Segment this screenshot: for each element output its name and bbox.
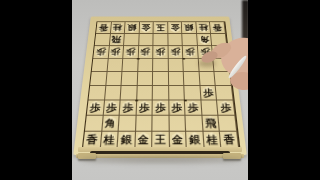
cell-61[interactable]: 金 bbox=[139, 22, 154, 34]
piece-pawn-26[interactable]: 歩 bbox=[201, 86, 215, 99]
shogi-board: 香桂銀金玉金銀桂香飛角歩歩歩歩歩歩歩歩歩歩歩歩歩歩歩歩歩歩角飛香桂銀金王金銀桂香 bbox=[73, 17, 247, 156]
video-content: 香桂銀金玉金銀桂香飛角歩歩歩歩歩歩歩歩歩歩歩歩歩歩歩歩歩歩角飛香桂銀金王金銀桂香 bbox=[72, 0, 248, 180]
cell-98[interactable] bbox=[85, 116, 103, 132]
cell-88[interactable]: 角 bbox=[102, 116, 120, 132]
cell-31[interactable]: 銀 bbox=[182, 22, 197, 34]
cell-46[interactable] bbox=[169, 86, 185, 101]
piece-knight-21[interactable]: 桂 bbox=[197, 22, 210, 32]
cell-11[interactable]: 香 bbox=[210, 22, 225, 34]
cell-28[interactable]: 飛 bbox=[202, 116, 220, 132]
cell-66[interactable] bbox=[137, 86, 153, 101]
hoshi-dot bbox=[136, 99, 139, 101]
cell-86[interactable] bbox=[105, 86, 122, 101]
piece-pawn-73[interactable]: 歩 bbox=[124, 46, 137, 57]
cell-84[interactable] bbox=[107, 59, 123, 72]
piece-pawn-67[interactable]: 歩 bbox=[137, 101, 151, 115]
cell-15[interactable] bbox=[215, 72, 232, 86]
piece-gold-49[interactable]: 金 bbox=[170, 132, 185, 147]
piece-pawn-17[interactable]: 歩 bbox=[218, 101, 233, 115]
cell-43[interactable]: 歩 bbox=[168, 46, 183, 59]
cell-71[interactable]: 銀 bbox=[125, 22, 140, 34]
cell-17[interactable]: 歩 bbox=[217, 100, 235, 115]
piece-pawn-53[interactable]: 歩 bbox=[154, 46, 167, 57]
piece-knight-89[interactable]: 桂 bbox=[101, 132, 116, 147]
piece-king-51[interactable]: 玉 bbox=[154, 22, 166, 32]
piece-knight-29[interactable]: 桂 bbox=[204, 132, 219, 147]
cell-48[interactable] bbox=[169, 116, 186, 132]
cell-65[interactable] bbox=[137, 72, 153, 86]
cell-58[interactable] bbox=[153, 116, 170, 132]
cell-83[interactable]: 歩 bbox=[108, 46, 124, 59]
piece-gold-61[interactable]: 金 bbox=[140, 22, 152, 32]
video-frame: 香桂銀金玉金銀桂香飛角歩歩歩歩歩歩歩歩歩歩歩歩歩歩歩歩歩歩角飛香桂銀金王金銀桂香 bbox=[0, 0, 320, 180]
piece-lance-99[interactable]: 香 bbox=[84, 132, 100, 147]
cell-36[interactable] bbox=[185, 86, 202, 101]
cell-22[interactable]: 角 bbox=[197, 34, 213, 46]
piece-king-59[interactable]: 王 bbox=[153, 132, 167, 147]
cell-38[interactable] bbox=[186, 116, 204, 132]
cell-73[interactable]: 歩 bbox=[123, 46, 139, 59]
piece-silver-71[interactable]: 銀 bbox=[126, 22, 138, 32]
cell-68[interactable] bbox=[136, 116, 153, 132]
cell-25[interactable] bbox=[199, 72, 216, 86]
cell-67[interactable]: 歩 bbox=[136, 100, 153, 115]
cell-18[interactable] bbox=[219, 116, 237, 132]
cell-42[interactable] bbox=[168, 34, 183, 46]
cell-34[interactable] bbox=[184, 59, 200, 72]
board-grid: 香桂銀金玉金銀桂香飛角歩歩歩歩歩歩歩歩歩歩歩歩歩歩歩歩歩歩角飛香桂銀金王金銀桂香 bbox=[82, 21, 241, 149]
cell-33[interactable]: 歩 bbox=[183, 46, 199, 59]
cell-82[interactable]: 飛 bbox=[109, 34, 125, 46]
cell-52[interactable] bbox=[154, 34, 169, 46]
cell-76[interactable] bbox=[121, 86, 138, 101]
cell-16[interactable] bbox=[216, 86, 233, 101]
cell-41[interactable]: 金 bbox=[168, 22, 183, 34]
cell-93[interactable]: 歩 bbox=[93, 46, 109, 59]
table-shadow bbox=[80, 157, 242, 163]
pillarbox-left bbox=[0, 0, 72, 180]
hoshi-dot bbox=[184, 99, 187, 101]
cell-72[interactable] bbox=[124, 34, 139, 46]
cell-47[interactable]: 歩 bbox=[169, 100, 186, 115]
piece-pawn-47[interactable]: 歩 bbox=[170, 101, 184, 115]
cell-26[interactable]: 歩 bbox=[200, 86, 217, 101]
cell-94[interactable] bbox=[92, 59, 109, 72]
cell-13[interactable]: 歩 bbox=[213, 46, 229, 59]
piece-pawn-23[interactable]: 歩 bbox=[199, 46, 212, 57]
hoshi-dot bbox=[137, 58, 139, 60]
piece-pawn-37[interactable]: 歩 bbox=[186, 101, 200, 115]
cell-87[interactable]: 歩 bbox=[103, 100, 120, 115]
cell-56[interactable] bbox=[153, 86, 169, 101]
cell-14[interactable] bbox=[214, 59, 231, 72]
piece-pawn-43[interactable]: 歩 bbox=[169, 46, 182, 57]
cell-51[interactable]: 玉 bbox=[154, 22, 168, 34]
cell-95[interactable] bbox=[90, 72, 107, 86]
cell-12[interactable] bbox=[211, 34, 227, 46]
piece-lance-91[interactable]: 香 bbox=[97, 22, 110, 32]
cell-54[interactable] bbox=[153, 59, 168, 72]
piece-silver-39[interactable]: 銀 bbox=[187, 132, 202, 147]
piece-gold-41[interactable]: 金 bbox=[169, 22, 181, 32]
piece-lance-19[interactable]: 香 bbox=[221, 132, 237, 147]
cell-74[interactable] bbox=[122, 59, 138, 72]
piece-pawn-83[interactable]: 歩 bbox=[109, 46, 122, 57]
cell-64[interactable] bbox=[138, 59, 154, 72]
cell-77[interactable]: 歩 bbox=[120, 100, 137, 115]
cell-53[interactable]: 歩 bbox=[153, 46, 168, 59]
piece-pawn-63[interactable]: 歩 bbox=[139, 46, 152, 57]
cell-44[interactable] bbox=[168, 59, 184, 72]
piece-pawn-33[interactable]: 歩 bbox=[184, 46, 197, 57]
piece-silver-79[interactable]: 銀 bbox=[119, 132, 134, 147]
piece-gold-69[interactable]: 金 bbox=[136, 132, 151, 147]
cell-97[interactable]: 歩 bbox=[87, 100, 105, 115]
cell-27[interactable] bbox=[201, 100, 219, 115]
cell-91[interactable]: 香 bbox=[96, 22, 111, 34]
cell-35[interactable] bbox=[184, 72, 200, 86]
piece-lance-11[interactable]: 香 bbox=[211, 22, 224, 32]
hoshi-dot bbox=[182, 58, 184, 60]
cell-45[interactable] bbox=[169, 72, 185, 86]
cell-55[interactable] bbox=[153, 72, 169, 86]
cell-63[interactable]: 歩 bbox=[138, 46, 153, 59]
piece-knight-81[interactable]: 桂 bbox=[111, 22, 124, 32]
cell-85[interactable] bbox=[106, 72, 123, 86]
pillarbox-right bbox=[248, 0, 320, 180]
cell-57[interactable]: 歩 bbox=[153, 100, 170, 115]
piece-silver-31[interactable]: 銀 bbox=[183, 22, 195, 32]
cell-75[interactable] bbox=[122, 72, 138, 86]
piece-pawn-77[interactable]: 歩 bbox=[121, 101, 135, 115]
piece-pawn-87[interactable]: 歩 bbox=[104, 101, 119, 115]
cell-62[interactable] bbox=[139, 34, 154, 46]
cell-37[interactable]: 歩 bbox=[185, 100, 202, 115]
piece-pawn-93[interactable]: 歩 bbox=[94, 46, 108, 57]
cell-23[interactable]: 歩 bbox=[198, 46, 214, 59]
piece-pawn-13[interactable]: 歩 bbox=[213, 46, 227, 57]
cell-92[interactable] bbox=[95, 34, 111, 46]
piece-rook-82[interactable]: 飛 bbox=[110, 34, 123, 45]
cell-21[interactable]: 桂 bbox=[196, 22, 211, 34]
cell-32[interactable] bbox=[183, 34, 198, 46]
piece-bishop-88[interactable]: 角 bbox=[103, 116, 118, 130]
piece-rook-28[interactable]: 飛 bbox=[203, 116, 218, 130]
cell-81[interactable]: 桂 bbox=[110, 22, 125, 34]
piece-pawn-57[interactable]: 歩 bbox=[154, 101, 168, 115]
piece-bishop-22[interactable]: 角 bbox=[198, 34, 211, 45]
piece-pawn-97[interactable]: 歩 bbox=[88, 101, 103, 115]
cell-78[interactable] bbox=[119, 116, 137, 132]
cell-96[interactable] bbox=[88, 86, 105, 101]
cell-24[interactable] bbox=[199, 59, 215, 72]
